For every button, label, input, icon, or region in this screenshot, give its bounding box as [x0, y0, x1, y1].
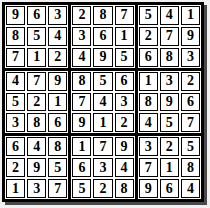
cell-r2c9[interactable]: 9: [181, 27, 200, 46]
cell-r1c1[interactable]: 9: [6, 6, 25, 25]
cell-r6c3[interactable]: 6: [48, 113, 67, 132]
cell-r4c1[interactable]: 4: [6, 72, 25, 91]
cell-r6c1[interactable]: 3: [6, 113, 25, 132]
cell-r4c3[interactable]: 9: [48, 72, 67, 91]
cell-r2c7[interactable]: 2: [139, 27, 158, 46]
cell-r3c6[interactable]: 5: [115, 48, 134, 67]
cell-r5c6[interactable]: 3: [115, 93, 134, 112]
cell-r7c8[interactable]: 2: [160, 137, 179, 156]
cell-r8c5[interactable]: 3: [93, 158, 112, 177]
cell-r6c9[interactable]: 7: [181, 113, 200, 132]
cell-r5c1[interactable]: 5: [6, 93, 25, 112]
cell-r8c1[interactable]: 2: [6, 158, 25, 177]
cell-r6c7[interactable]: 4: [139, 113, 158, 132]
cell-r2c2[interactable]: 5: [27, 27, 46, 46]
cell-r7c7[interactable]: 3: [139, 137, 158, 156]
cell-r1c8[interactable]: 4: [160, 6, 179, 25]
cell-r4c6[interactable]: 6: [115, 72, 134, 91]
cell-r5c7[interactable]: 8: [139, 93, 158, 112]
sudoku-box-4: 479521386: [5, 71, 68, 134]
cell-r5c3[interactable]: 1: [48, 93, 67, 112]
cell-r3c9[interactable]: 3: [181, 48, 200, 67]
cell-r3c2[interactable]: 1: [27, 48, 46, 67]
sudoku-box-9: 325718964: [138, 136, 201, 199]
sudoku-box-5: 856743912: [71, 71, 134, 134]
cell-r9c6[interactable]: 8: [115, 179, 134, 198]
cell-r7c9[interactable]: 5: [181, 137, 200, 156]
cell-r1c5[interactable]: 8: [93, 6, 112, 25]
cell-r4c9[interactable]: 2: [181, 72, 200, 91]
cell-r9c7[interactable]: 9: [139, 179, 158, 198]
cell-r4c8[interactable]: 3: [160, 72, 179, 91]
sudoku-box-3: 541279683: [138, 5, 201, 68]
sudoku-box-2: 287361495: [71, 5, 134, 68]
cell-r1c3[interactable]: 3: [48, 6, 67, 25]
cell-r7c2[interactable]: 4: [27, 137, 46, 156]
sudoku-box-1: 963854712: [5, 5, 68, 68]
cell-r3c5[interactable]: 9: [93, 48, 112, 67]
cell-r2c5[interactable]: 6: [93, 27, 112, 46]
cell-r2c1[interactable]: 8: [6, 27, 25, 46]
cell-r5c9[interactable]: 6: [181, 93, 200, 112]
cell-r9c2[interactable]: 3: [27, 179, 46, 198]
cell-r6c4[interactable]: 9: [72, 113, 91, 132]
cell-r4c4[interactable]: 8: [72, 72, 91, 91]
sudoku-box-6: 132896457: [138, 71, 201, 134]
cell-r8c8[interactable]: 1: [160, 158, 179, 177]
sudoku-box-8: 179634528: [71, 136, 134, 199]
cell-r6c6[interactable]: 2: [115, 113, 134, 132]
cell-r1c7[interactable]: 5: [139, 6, 158, 25]
sudoku-box-7: 648295137: [5, 136, 68, 199]
cell-r2c3[interactable]: 4: [48, 27, 67, 46]
cell-r8c3[interactable]: 5: [48, 158, 67, 177]
cell-r2c4[interactable]: 3: [72, 27, 91, 46]
cell-r8c2[interactable]: 9: [27, 158, 46, 177]
cell-r6c2[interactable]: 8: [27, 113, 46, 132]
cell-r7c3[interactable]: 8: [48, 137, 67, 156]
cell-r3c1[interactable]: 7: [6, 48, 25, 67]
cell-r9c8[interactable]: 6: [160, 179, 179, 198]
cell-r3c7[interactable]: 6: [139, 48, 158, 67]
cell-r1c4[interactable]: 2: [72, 6, 91, 25]
cell-r3c8[interactable]: 8: [160, 48, 179, 67]
cell-r1c2[interactable]: 6: [27, 6, 46, 25]
cell-r7c5[interactable]: 7: [93, 137, 112, 156]
cell-r9c9[interactable]: 4: [181, 179, 200, 198]
cell-r7c4[interactable]: 1: [72, 137, 91, 156]
cell-r3c3[interactable]: 2: [48, 48, 67, 67]
cell-r8c6[interactable]: 4: [115, 158, 134, 177]
cell-r9c3[interactable]: 7: [48, 179, 67, 198]
cell-r8c7[interactable]: 7: [139, 158, 158, 177]
cell-r3c4[interactable]: 4: [72, 48, 91, 67]
cell-r2c6[interactable]: 1: [115, 27, 134, 46]
cell-r6c5[interactable]: 1: [93, 113, 112, 132]
cell-r7c6[interactable]: 9: [115, 137, 134, 156]
cell-r5c2[interactable]: 2: [27, 93, 46, 112]
cell-r5c4[interactable]: 7: [72, 93, 91, 112]
cell-r9c1[interactable]: 1: [6, 179, 25, 198]
sudoku-frame: 9638547122873614955412796834795213868567…: [0, 0, 210, 208]
sudoku-board: 9638547122873614955412796834795213868567…: [2, 2, 204, 202]
cell-r4c5[interactable]: 5: [93, 72, 112, 91]
cell-r8c9[interactable]: 8: [181, 158, 200, 177]
cell-r1c9[interactable]: 1: [181, 6, 200, 25]
cell-r9c4[interactable]: 5: [72, 179, 91, 198]
cell-r4c2[interactable]: 7: [27, 72, 46, 91]
cell-r4c7[interactable]: 1: [139, 72, 158, 91]
cell-r1c6[interactable]: 7: [115, 6, 134, 25]
cell-r6c8[interactable]: 5: [160, 113, 179, 132]
cell-r9c5[interactable]: 2: [93, 179, 112, 198]
cell-r5c5[interactable]: 4: [93, 93, 112, 112]
cell-r8c4[interactable]: 6: [72, 158, 91, 177]
cell-r7c1[interactable]: 6: [6, 137, 25, 156]
cell-r5c8[interactable]: 9: [160, 93, 179, 112]
cell-r2c8[interactable]: 7: [160, 27, 179, 46]
